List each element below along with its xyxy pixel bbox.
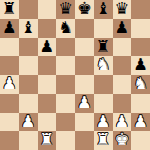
- black-knight[interactable]: ♞: [58, 19, 73, 36]
- square-h4[interactable]: ♞: [131, 75, 150, 94]
- square-g4[interactable]: [113, 75, 132, 94]
- square-c2[interactable]: [38, 113, 57, 132]
- square-b2[interactable]: ♟: [19, 113, 38, 132]
- square-h6[interactable]: [131, 38, 150, 57]
- square-g5[interactable]: [113, 56, 132, 75]
- square-e3[interactable]: ♟: [75, 94, 94, 113]
- square-h3[interactable]: [131, 94, 150, 113]
- square-f1[interactable]: ♜: [94, 131, 113, 150]
- square-g8[interactable]: ♛: [113, 0, 132, 19]
- black-queen[interactable]: ♛: [58, 1, 73, 18]
- white-pawn[interactable]: ♟: [21, 113, 36, 130]
- black-pawn[interactable]: ♟: [114, 19, 129, 36]
- square-a4[interactable]: ♟: [0, 75, 19, 94]
- white-rook[interactable]: ♜: [39, 132, 54, 149]
- white-knight[interactable]: ♞: [96, 57, 111, 74]
- square-d3[interactable]: [56, 94, 75, 113]
- square-b7[interactable]: ♝: [19, 19, 38, 38]
- square-c5[interactable]: [38, 56, 57, 75]
- square-b8[interactable]: [19, 0, 38, 19]
- black-rook[interactable]: ♜: [2, 1, 17, 18]
- square-e5[interactable]: [75, 56, 94, 75]
- square-a2[interactable]: [0, 113, 19, 132]
- square-e2[interactable]: [75, 113, 94, 132]
- white-pawn[interactable]: ♟: [77, 94, 92, 111]
- square-g2[interactable]: ♟: [113, 113, 132, 132]
- square-d1[interactable]: [56, 131, 75, 150]
- square-f6[interactable]: ♜: [94, 38, 113, 57]
- square-a5[interactable]: [0, 56, 19, 75]
- square-c6[interactable]: ♟: [38, 38, 57, 57]
- square-c7[interactable]: [38, 19, 57, 38]
- white-pawn[interactable]: ♟: [133, 113, 148, 130]
- square-c3[interactable]: [38, 94, 57, 113]
- black-queen[interactable]: ♛: [114, 1, 129, 18]
- square-f7[interactable]: [94, 19, 113, 38]
- square-g6[interactable]: [113, 38, 132, 57]
- square-a7[interactable]: ♟: [0, 19, 19, 38]
- square-d7[interactable]: ♞: [56, 19, 75, 38]
- square-a8[interactable]: ♜: [0, 0, 19, 19]
- black-bishop[interactable]: ♝: [21, 19, 36, 36]
- square-h2[interactable]: ♟: [131, 113, 150, 132]
- white-pawn[interactable]: ♟: [114, 113, 129, 130]
- white-rook[interactable]: ♜: [96, 132, 111, 149]
- chess-board: ♜♛♚♝♛♟♝♞♟♟♜♞♟♟♞♟♟♟♟♟♜♜♚: [0, 0, 150, 150]
- square-e6[interactable]: [75, 38, 94, 57]
- square-b6[interactable]: [19, 38, 38, 57]
- square-d4[interactable]: [56, 75, 75, 94]
- black-king[interactable]: ♚: [77, 1, 92, 18]
- square-f3[interactable]: [94, 94, 113, 113]
- square-g1[interactable]: ♚: [113, 131, 132, 150]
- square-f4[interactable]: [94, 75, 113, 94]
- square-e4[interactable]: [75, 75, 94, 94]
- square-b4[interactable]: [19, 75, 38, 94]
- white-king[interactable]: ♚: [114, 132, 129, 149]
- square-d6[interactable]: [56, 38, 75, 57]
- square-b5[interactable]: [19, 56, 38, 75]
- white-knight[interactable]: ♞: [133, 76, 148, 93]
- square-a3[interactable]: [0, 94, 19, 113]
- square-d5[interactable]: [56, 56, 75, 75]
- white-pawn[interactable]: ♟: [2, 76, 17, 93]
- square-a6[interactable]: [0, 38, 19, 57]
- black-pawn[interactable]: ♟: [2, 19, 17, 36]
- square-f8[interactable]: ♝: [94, 0, 113, 19]
- square-f2[interactable]: ♟: [94, 113, 113, 132]
- square-d2[interactable]: [56, 113, 75, 132]
- square-d8[interactable]: ♛: [56, 0, 75, 19]
- black-rook[interactable]: ♜: [96, 38, 111, 55]
- square-e7[interactable]: [75, 19, 94, 38]
- square-h8[interactable]: [131, 0, 150, 19]
- square-g3[interactable]: [113, 94, 132, 113]
- square-c1[interactable]: ♜: [38, 131, 57, 150]
- square-h7[interactable]: [131, 19, 150, 38]
- square-g7[interactable]: ♟: [113, 19, 132, 38]
- square-e1[interactable]: [75, 131, 94, 150]
- square-h5[interactable]: ♟: [131, 56, 150, 75]
- square-b1[interactable]: [19, 131, 38, 150]
- black-bishop[interactable]: ♝: [96, 1, 111, 18]
- square-b3[interactable]: [19, 94, 38, 113]
- square-c4[interactable]: [38, 75, 57, 94]
- white-pawn[interactable]: ♟: [96, 113, 111, 130]
- square-h1[interactable]: [131, 131, 150, 150]
- square-c8[interactable]: [38, 0, 57, 19]
- square-e8[interactable]: ♚: [75, 0, 94, 19]
- square-f5[interactable]: ♞: [94, 56, 113, 75]
- black-pawn[interactable]: ♟: [133, 57, 148, 74]
- black-pawn[interactable]: ♟: [39, 38, 54, 55]
- square-a1[interactable]: [0, 131, 19, 150]
